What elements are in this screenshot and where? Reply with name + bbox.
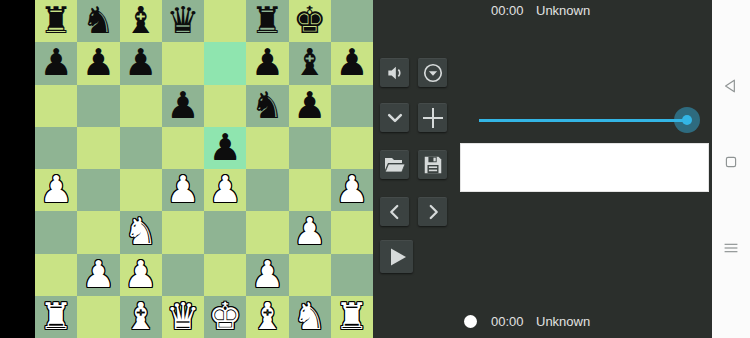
square-d5[interactable] <box>162 127 204 169</box>
white-knight: ♞ <box>124 211 157 253</box>
square-f6[interactable]: ♞ <box>246 85 288 127</box>
square-f2[interactable]: ♟ <box>246 254 288 296</box>
square-e6[interactable] <box>204 85 246 127</box>
white-knight: ♞ <box>293 296 326 338</box>
square-g5[interactable] <box>289 127 331 169</box>
square-e2[interactable] <box>204 254 246 296</box>
square-e7[interactable] <box>204 42 246 84</box>
square-a2[interactable] <box>35 254 77 296</box>
square-g2[interactable] <box>289 254 331 296</box>
dropdown-button[interactable] <box>418 58 447 87</box>
white-pawn: ♟ <box>40 169 73 211</box>
square-h8[interactable] <box>331 0 373 42</box>
square-a4[interactable]: ♟ <box>35 169 77 211</box>
square-b2[interactable]: ♟ <box>77 254 119 296</box>
square-h2[interactable] <box>331 254 373 296</box>
app-screen: ♜♞♝♛♜♚♟♟♟♟♝♟♟♞♟♟♟♟♟♟♞♟♟♟♟♜♝♛♚♝♞♜ 00:00 U… <box>0 0 750 338</box>
square-d2[interactable] <box>162 254 204 296</box>
black-knight: ♞ <box>82 0 115 42</box>
square-c1[interactable]: ♝ <box>120 296 162 338</box>
chevron-left-icon <box>386 203 404 221</box>
black-pawn: ♟ <box>335 42 368 84</box>
square-b7[interactable]: ♟ <box>77 42 119 84</box>
square-b1[interactable] <box>77 296 119 338</box>
square-d4[interactable]: ♟ <box>162 169 204 211</box>
square-a6[interactable] <box>35 85 77 127</box>
white-pawn: ♟ <box>293 211 326 253</box>
plus-icon <box>421 106 445 130</box>
speaker-icon <box>385 63 405 83</box>
slider-thumb-dot <box>682 115 692 125</box>
slider-track[interactable] <box>479 119 687 122</box>
black-pawn: ♟ <box>40 42 73 84</box>
square-f1[interactable]: ♝ <box>246 296 288 338</box>
white-pawn: ♟ <box>335 169 368 211</box>
square-b3[interactable] <box>77 211 119 253</box>
chevron-right-icon <box>424 203 442 221</box>
next-move-button[interactable] <box>418 197 447 226</box>
square-h3[interactable] <box>331 211 373 253</box>
square-a1[interactable]: ♜ <box>35 296 77 338</box>
square-g8[interactable]: ♚ <box>289 0 331 42</box>
android-nav-bar <box>712 0 750 338</box>
collapse-button[interactable] <box>380 103 409 132</box>
bottom-player-name: Unknown <box>536 314 590 329</box>
square-c3[interactable]: ♞ <box>120 211 162 253</box>
previous-move-button[interactable] <box>380 197 409 226</box>
folder-open-icon <box>383 153 407 177</box>
square-f7[interactable]: ♟ <box>246 42 288 84</box>
square-h1[interactable]: ♜ <box>331 296 373 338</box>
black-pawn: ♟ <box>209 127 242 169</box>
black-pawn: ♟ <box>82 42 115 84</box>
square-g3[interactable]: ♟ <box>289 211 331 253</box>
white-pawn: ♟ <box>82 254 115 296</box>
square-h7[interactable]: ♟ <box>331 42 373 84</box>
add-button[interactable] <box>418 103 447 132</box>
chevron-down-icon <box>385 108 405 128</box>
save-button[interactable] <box>418 150 447 179</box>
menu-lines-icon <box>720 237 742 263</box>
square-b6[interactable] <box>77 85 119 127</box>
circle-dropdown-icon <box>422 62 444 84</box>
black-pawn: ♟ <box>293 85 326 127</box>
square-e4[interactable]: ♟ <box>204 169 246 211</box>
square-a8[interactable]: ♜ <box>35 0 77 42</box>
play-button[interactable] <box>380 240 413 273</box>
square-b8[interactable]: ♞ <box>77 0 119 42</box>
white-bishop: ♝ <box>124 296 157 338</box>
home-square-icon <box>721 152 741 176</box>
black-bishop: ♝ <box>293 42 326 84</box>
square-a5[interactable] <box>35 127 77 169</box>
square-c5[interactable] <box>120 127 162 169</box>
white-king: ♚ <box>209 296 242 338</box>
white-to-move-indicator <box>464 315 477 328</box>
square-d3[interactable] <box>162 211 204 253</box>
square-d8[interactable]: ♛ <box>162 0 204 42</box>
square-h6[interactable] <box>331 85 373 127</box>
black-pawn: ♟ <box>166 85 199 127</box>
black-rook: ♜ <box>40 0 73 42</box>
chess-board: ♜♞♝♛♜♚♟♟♟♟♝♟♟♞♟♟♟♟♟♟♞♟♟♟♟♜♝♛♚♝♞♜ <box>35 0 373 338</box>
square-f8[interactable]: ♜ <box>246 0 288 42</box>
move-list[interactable] <box>460 143 709 192</box>
save-icon <box>422 154 444 176</box>
black-queen: ♛ <box>166 0 199 42</box>
square-a3[interactable] <box>35 211 77 253</box>
square-g1[interactable]: ♞ <box>289 296 331 338</box>
square-h4[interactable]: ♟ <box>331 169 373 211</box>
square-f3[interactable] <box>246 211 288 253</box>
white-pawn: ♟ <box>124 254 157 296</box>
square-e5[interactable]: ♟ <box>204 127 246 169</box>
square-c8[interactable]: ♝ <box>120 0 162 42</box>
square-g7[interactable]: ♝ <box>289 42 331 84</box>
control-panel: 00:00 Unknown <box>373 0 712 338</box>
top-clock: 00:00 <box>491 3 524 18</box>
square-f5[interactable] <box>246 127 288 169</box>
square-h5[interactable] <box>331 127 373 169</box>
white-pawn: ♟ <box>209 169 242 211</box>
square-e1[interactable]: ♚ <box>204 296 246 338</box>
white-pawn: ♟ <box>166 169 199 211</box>
bottom-clock: 00:00 <box>491 314 524 329</box>
square-g4[interactable] <box>289 169 331 211</box>
square-a7[interactable]: ♟ <box>35 42 77 84</box>
black-king: ♚ <box>293 0 326 42</box>
square-d6[interactable]: ♟ <box>162 85 204 127</box>
back-triangle-icon <box>721 76 741 100</box>
square-e3[interactable] <box>204 211 246 253</box>
black-knight: ♞ <box>251 85 284 127</box>
square-d1[interactable]: ♛ <box>162 296 204 338</box>
black-pawn: ♟ <box>251 42 284 84</box>
black-bishop: ♝ <box>124 0 157 42</box>
open-file-button[interactable] <box>380 150 409 179</box>
top-player-name: Unknown <box>536 3 590 18</box>
square-b5[interactable] <box>77 127 119 169</box>
white-rook: ♜ <box>335 296 368 338</box>
square-e8[interactable] <box>204 0 246 42</box>
white-pawn: ♟ <box>251 254 284 296</box>
square-d7[interactable] <box>162 42 204 84</box>
sound-button[interactable] <box>380 58 409 87</box>
nav-home-button[interactable] <box>717 150 745 178</box>
black-rook: ♜ <box>251 0 284 42</box>
square-b4[interactable] <box>77 169 119 211</box>
white-bishop: ♝ <box>251 296 284 338</box>
nav-back-button[interactable] <box>717 74 745 102</box>
play-icon <box>385 245 409 269</box>
square-g6[interactable]: ♟ <box>289 85 331 127</box>
square-c4[interactable] <box>120 169 162 211</box>
square-c7[interactable]: ♟ <box>120 42 162 84</box>
white-queen: ♛ <box>166 296 199 338</box>
black-pawn: ♟ <box>124 42 157 84</box>
square-f4[interactable] <box>246 169 288 211</box>
white-rook: ♜ <box>40 296 73 338</box>
square-c2[interactable]: ♟ <box>120 254 162 296</box>
nav-recents-button[interactable] <box>717 236 745 264</box>
square-c6[interactable] <box>120 85 162 127</box>
